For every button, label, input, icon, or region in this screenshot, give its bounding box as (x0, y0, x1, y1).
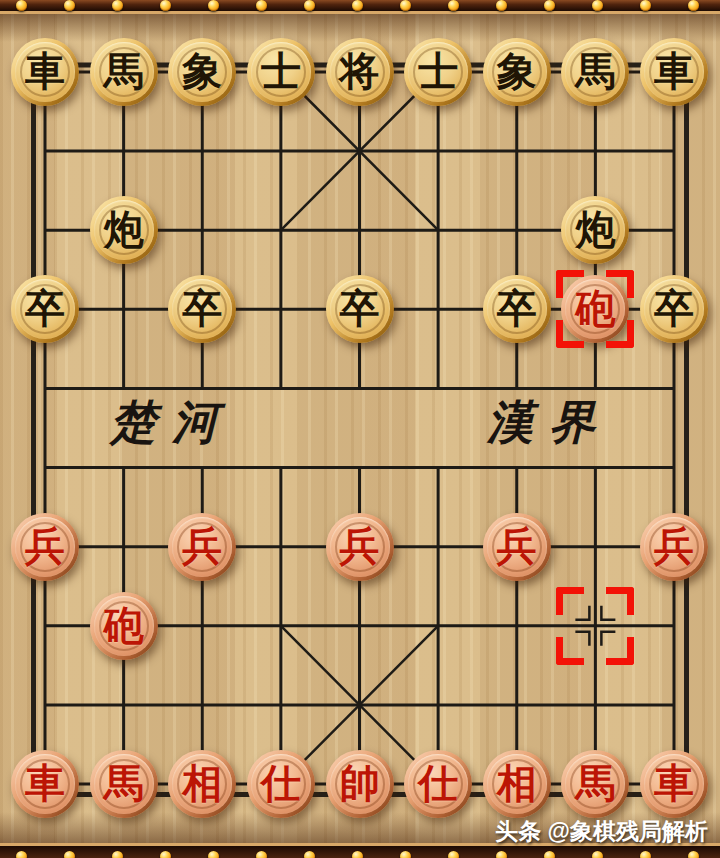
river-label-right: 漢界 (487, 400, 611, 446)
piece-glyph: 卒 (11, 275, 79, 343)
rivet-stud (688, 0, 699, 11)
piece-red-elephant[interactable]: 相 (483, 750, 551, 818)
piece-glyph: 砲 (90, 592, 158, 660)
piece-black-cannon[interactable]: 炮 (561, 196, 629, 264)
piece-black-elephant[interactable]: 象 (168, 38, 236, 106)
board-frame-bottom (0, 843, 720, 858)
rivet-stud (256, 851, 267, 858)
piece-red-advisor[interactable]: 仕 (404, 750, 472, 818)
piece-glyph: 卒 (168, 275, 236, 343)
piece-glyph: 兵 (640, 513, 708, 581)
piece-black-soldier[interactable]: 卒 (640, 275, 708, 343)
piece-glyph: 卒 (326, 275, 394, 343)
piece-glyph: 士 (404, 38, 472, 106)
piece-glyph: 象 (168, 38, 236, 106)
piece-black-soldier[interactable]: 卒 (168, 275, 236, 343)
rivet-stud (160, 0, 171, 11)
xiangqi-app: 楚河 漢界 車馬象士将士象馬車炮炮卒卒卒卒卒砲兵兵兵兵兵砲車馬相仕帥仕相馬車 头… (0, 0, 720, 858)
piece-glyph: 車 (11, 38, 79, 106)
rivet-stud (400, 0, 411, 11)
piece-glyph: 馬 (561, 750, 629, 818)
piece-black-soldier[interactable]: 卒 (483, 275, 551, 343)
piece-black-chariot[interactable]: 車 (11, 38, 79, 106)
rivet-stud (448, 851, 459, 858)
piece-red-cannon[interactable]: 砲 (90, 592, 158, 660)
rivet-stud (208, 851, 219, 858)
piece-glyph: 砲 (561, 275, 629, 343)
piece-black-elephant[interactable]: 象 (483, 38, 551, 106)
piece-glyph: 馬 (90, 750, 158, 818)
rivet-stud (256, 0, 267, 11)
piece-glyph: 将 (326, 38, 394, 106)
piece-glyph: 炮 (90, 196, 158, 264)
piece-glyph: 車 (640, 750, 708, 818)
piece-black-advisor[interactable]: 士 (247, 38, 315, 106)
piece-red-general[interactable]: 帥 (326, 750, 394, 818)
rivet-stud (64, 851, 75, 858)
rivet-stud (592, 851, 603, 858)
piece-red-soldier[interactable]: 兵 (11, 513, 79, 581)
piece-glyph: 炮 (561, 196, 629, 264)
rivet-stud (352, 851, 363, 858)
piece-red-soldier[interactable]: 兵 (640, 513, 708, 581)
piece-red-elephant[interactable]: 相 (168, 750, 236, 818)
piece-glyph: 車 (11, 750, 79, 818)
river-label-left: 楚河 (110, 400, 234, 446)
rivet-stud (448, 0, 459, 11)
rivet-stud (64, 0, 75, 11)
piece-glyph: 仕 (404, 750, 472, 818)
piece-glyph: 相 (168, 750, 236, 818)
piece-red-horse[interactable]: 馬 (90, 750, 158, 818)
piece-glyph: 車 (640, 38, 708, 106)
piece-glyph: 仕 (247, 750, 315, 818)
piece-black-chariot[interactable]: 車 (640, 38, 708, 106)
rivet-stud (112, 0, 123, 11)
piece-red-soldier[interactable]: 兵 (326, 513, 394, 581)
piece-red-chariot[interactable]: 車 (11, 750, 79, 818)
piece-glyph: 相 (483, 750, 551, 818)
piece-red-cannon[interactable]: 砲 (561, 275, 629, 343)
piece-glyph: 士 (247, 38, 315, 106)
piece-glyph: 兵 (168, 513, 236, 581)
watermark: 头条 @象棋残局解析 (495, 820, 708, 843)
piece-glyph: 卒 (483, 275, 551, 343)
piece-glyph: 馬 (561, 38, 629, 106)
piece-black-advisor[interactable]: 士 (404, 38, 472, 106)
piece-red-soldier[interactable]: 兵 (483, 513, 551, 581)
piece-glyph: 卒 (640, 275, 708, 343)
rivet-stud (16, 851, 27, 858)
board-frame-top (0, 0, 720, 14)
piece-black-horse[interactable]: 馬 (90, 38, 158, 106)
piece-red-horse[interactable]: 馬 (561, 750, 629, 818)
piece-black-general[interactable]: 将 (326, 38, 394, 106)
rivet-stud (544, 0, 555, 11)
rivet-stud (640, 851, 651, 858)
rivet-stud (304, 851, 315, 858)
piece-red-advisor[interactable]: 仕 (247, 750, 315, 818)
rivet-stud (352, 0, 363, 11)
rivet-stud (496, 0, 507, 11)
piece-glyph: 帥 (326, 750, 394, 818)
rivet-stud (16, 0, 27, 11)
rivet-stud (304, 0, 315, 11)
piece-black-soldier[interactable]: 卒 (326, 275, 394, 343)
rivet-stud (496, 851, 507, 858)
rivet-stud (400, 851, 411, 858)
piece-red-chariot[interactable]: 車 (640, 750, 708, 818)
rivet-stud (544, 851, 555, 858)
piece-glyph: 象 (483, 38, 551, 106)
piece-black-cannon[interactable]: 炮 (90, 196, 158, 264)
rivet-stud (112, 851, 123, 858)
rivet-stud (688, 851, 699, 858)
rivet-stud (160, 851, 171, 858)
rivet-stud (640, 0, 651, 11)
piece-glyph: 馬 (90, 38, 158, 106)
piece-glyph: 兵 (11, 513, 79, 581)
piece-black-horse[interactable]: 馬 (561, 38, 629, 106)
piece-black-soldier[interactable]: 卒 (11, 275, 79, 343)
piece-glyph: 兵 (483, 513, 551, 581)
rivet-stud (592, 0, 603, 11)
piece-red-soldier[interactable]: 兵 (168, 513, 236, 581)
board-grid[interactable] (0, 0, 720, 858)
piece-glyph: 兵 (326, 513, 394, 581)
rivet-stud (208, 0, 219, 11)
